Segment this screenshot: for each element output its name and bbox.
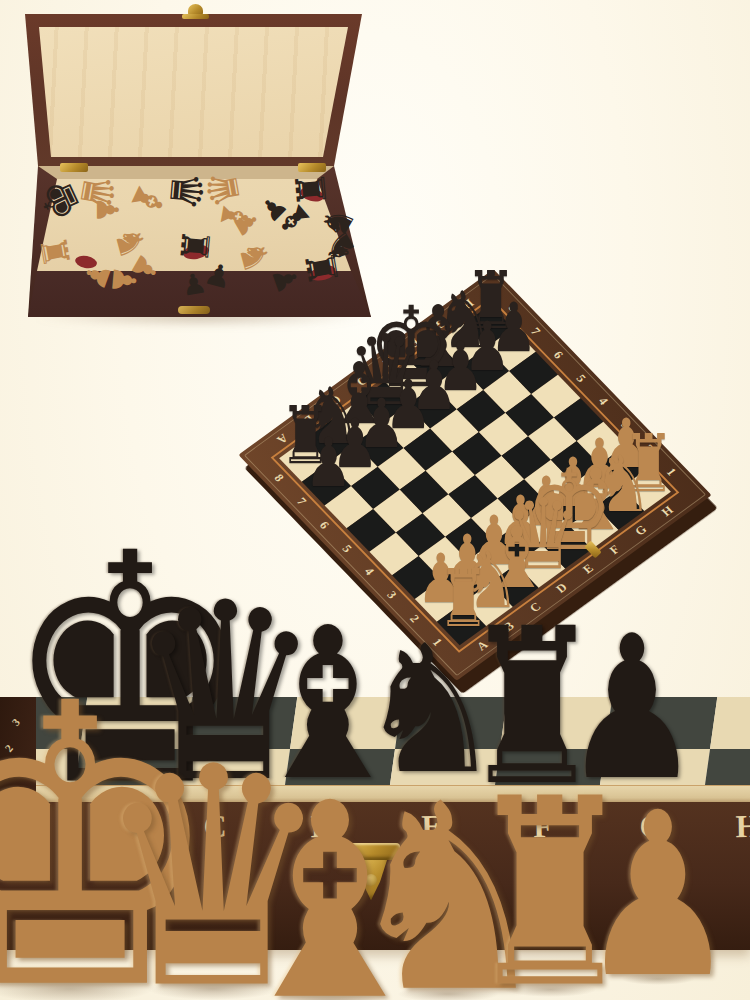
box-emblem (178, 306, 210, 314)
scattered-piece: ♜ (33, 233, 74, 271)
scattered-piece: ♜ (299, 247, 345, 289)
front-letter-H: H (735, 808, 750, 845)
fold-top-square (710, 697, 750, 749)
rank-label-left: 4 (361, 565, 377, 578)
rank-label-right: 6 (550, 348, 566, 361)
rank-label-left: 5 (339, 542, 355, 555)
rank-label-left: 6 (316, 518, 332, 531)
rank-label-right: 5 (573, 372, 589, 385)
box-clasp-plate (182, 14, 209, 19)
scattered-piece: ♟ (92, 197, 122, 224)
piece-glyph: ♟ (579, 783, 737, 1000)
product-photo-chess-set: ♚♛♟♝♜♟♟♟♞♛♛♝♟♜♞♟♟♟♝♜♞♞♜♟ AA88BB77CC66DD5… (0, 0, 750, 1000)
scattered-piece: ♟ (179, 269, 209, 301)
piece-glyph: ♟ (305, 428, 352, 496)
